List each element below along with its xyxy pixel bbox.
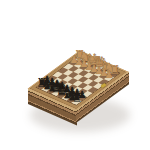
chess-set-photo: ♜♞♝♛♚♝♞♜♟♟♟♟♟♟♟♟♟♟♟♟♟♟♟♟♜♞♝♛♚♝♞♜: [0, 0, 150, 150]
